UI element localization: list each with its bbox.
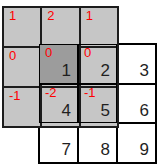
kernel-value: 0: [45, 46, 52, 60]
empty-cell: [117, 44, 156, 84]
kernel-value: 0: [9, 49, 16, 63]
overlap-cell-r1c0: -24: [39, 84, 78, 124]
kernel-value: 1: [9, 9, 16, 23]
kernel-cell-r1c0: 0: [3, 47, 41, 87]
image-value: 4: [62, 102, 71, 121]
empty-cell: [78, 123, 117, 163]
image-value: 1: [62, 62, 71, 81]
convolution-diagram: 123456789 1210-1 0102-24-15: [0, 0, 159, 167]
empty-cell: [39, 123, 78, 163]
empty-cell: [117, 123, 156, 163]
highlighted-overlap-cell: 01: [39, 44, 78, 84]
kernel-value: -2: [45, 86, 57, 100]
kernel-value: 1: [86, 9, 93, 23]
kernel-cell-r2c0: -1: [3, 87, 41, 127]
kernel-cell-r0c1: 2: [41, 7, 79, 47]
image-value: 2: [101, 62, 110, 81]
image-value: 5: [101, 102, 110, 121]
empty-cell: [117, 84, 156, 124]
overlap-cell-r1c1: -15: [78, 84, 117, 124]
overlap-cell-r0c1: 02: [78, 44, 117, 84]
kernel-cell-r0c2: 1: [80, 7, 118, 47]
kernel-image-overlap-grid: 0102-24-15: [38, 43, 157, 164]
kernel-value: -1: [9, 89, 21, 103]
kernel-value: 0: [84, 46, 91, 60]
kernel-value: -1: [84, 86, 96, 100]
kernel-cell-r0c0: 1: [3, 7, 41, 47]
kernel-value: 2: [47, 9, 54, 23]
